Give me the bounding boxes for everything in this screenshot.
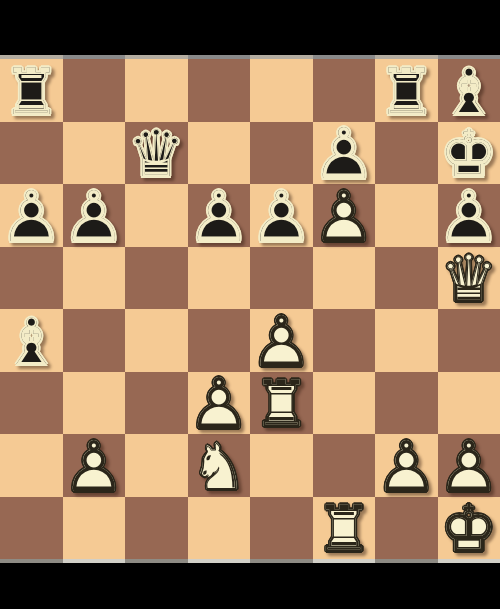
- white-pawn-b2[interactable]: ♟♙: [63, 434, 126, 497]
- black-rook-a8[interactable]: ♜♖: [0, 59, 63, 122]
- pawn-outline-glyph: ♙: [250, 184, 313, 247]
- white-pawn-e4[interactable]: ♟♙: [250, 309, 313, 372]
- black-pawn-d6[interactable]: ♟♙: [188, 184, 251, 247]
- bottom-black-bar: [0, 563, 500, 609]
- black-bishop-h8[interactable]: ♝♗: [438, 59, 500, 122]
- square-c4[interactable]: [125, 309, 188, 372]
- square-h6[interactable]: ♟♙: [438, 184, 500, 247]
- square-c1[interactable]: [125, 497, 188, 560]
- square-a1[interactable]: [0, 497, 63, 560]
- square-b2[interactable]: ♟♙: [63, 434, 126, 497]
- pawn-outline-glyph: ♙: [313, 184, 376, 247]
- white-knight-d2[interactable]: ♞♘: [188, 434, 251, 497]
- square-f6[interactable]: ♟♙: [313, 184, 376, 247]
- white-king-h1[interactable]: ♚♔: [438, 497, 500, 560]
- square-c5[interactable]: [125, 247, 188, 310]
- pawn-outline-glyph: ♙: [438, 434, 500, 497]
- app-frame: ♜♖♜♖♝♗♛♕♟♙♚♔♟♙♟♙♟♙♟♙♟♙♟♙♛♕♝♗♟♙♟♙♜♖♟♙♞♘♟♙…: [0, 0, 500, 609]
- square-c8[interactable]: [125, 59, 188, 122]
- white-rook-f1[interactable]: ♜♖: [313, 497, 376, 560]
- square-h8[interactable]: ♝♗: [438, 59, 500, 122]
- black-pawn-f7[interactable]: ♟♙: [313, 122, 376, 185]
- square-a2[interactable]: [0, 434, 63, 497]
- black-queen-c7[interactable]: ♛♕: [125, 122, 188, 185]
- queen-outline-glyph: ♕: [125, 122, 188, 185]
- square-d2[interactable]: ♞♘: [188, 434, 251, 497]
- chess-board: ♜♖♜♖♝♗♛♕♟♙♚♔♟♙♟♙♟♙♟♙♟♙♟♙♛♕♝♗♟♙♟♙♜♖♟♙♞♘♟♙…: [0, 59, 500, 559]
- square-e7[interactable]: [250, 122, 313, 185]
- square-e1[interactable]: [250, 497, 313, 560]
- square-h3[interactable]: [438, 372, 500, 435]
- square-c3[interactable]: [125, 372, 188, 435]
- square-b6[interactable]: ♟♙: [63, 184, 126, 247]
- square-f7[interactable]: ♟♙: [313, 122, 376, 185]
- king-outline-glyph: ♔: [438, 122, 500, 185]
- bishop-outline-glyph: ♗: [438, 59, 500, 122]
- white-pawn-h2[interactable]: ♟♙: [438, 434, 500, 497]
- black-rook-g8[interactable]: ♜♖: [375, 59, 438, 122]
- square-e3[interactable]: ♜♖: [250, 372, 313, 435]
- square-a7[interactable]: [0, 122, 63, 185]
- pawn-outline-glyph: ♙: [188, 184, 251, 247]
- square-h2[interactable]: ♟♙: [438, 434, 500, 497]
- pawn-outline-glyph: ♙: [63, 434, 126, 497]
- black-pawn-b6[interactable]: ♟♙: [63, 184, 126, 247]
- square-d3[interactable]: ♟♙: [188, 372, 251, 435]
- square-e6[interactable]: ♟♙: [250, 184, 313, 247]
- square-g3[interactable]: [375, 372, 438, 435]
- white-pawn-d3[interactable]: ♟♙: [188, 372, 251, 435]
- black-bishop-a4[interactable]: ♝♗: [0, 309, 63, 372]
- king-outline-glyph: ♔: [438, 497, 500, 560]
- square-g6[interactable]: [375, 184, 438, 247]
- square-g2[interactable]: ♟♙: [375, 434, 438, 497]
- square-h4[interactable]: [438, 309, 500, 372]
- square-d8[interactable]: [188, 59, 251, 122]
- white-rook-e3[interactable]: ♜♖: [250, 372, 313, 435]
- square-c6[interactable]: [125, 184, 188, 247]
- black-pawn-a6[interactable]: ♟♙: [0, 184, 63, 247]
- square-a8[interactable]: ♜♖: [0, 59, 63, 122]
- square-a4[interactable]: ♝♗: [0, 309, 63, 372]
- white-pawn-g2[interactable]: ♟♙: [375, 434, 438, 497]
- square-d6[interactable]: ♟♙: [188, 184, 251, 247]
- square-h7[interactable]: ♚♔: [438, 122, 500, 185]
- square-h5[interactable]: ♛♕: [438, 247, 500, 310]
- black-pawn-e6[interactable]: ♟♙: [250, 184, 313, 247]
- square-e8[interactable]: [250, 59, 313, 122]
- square-g8[interactable]: ♜♖: [375, 59, 438, 122]
- pawn-outline-glyph: ♙: [188, 372, 251, 435]
- square-b4[interactable]: [63, 309, 126, 372]
- square-d1[interactable]: [188, 497, 251, 560]
- bishop-outline-glyph: ♗: [0, 309, 63, 372]
- pawn-outline-glyph: ♙: [438, 184, 500, 247]
- pawn-outline-glyph: ♙: [0, 184, 63, 247]
- rook-outline-glyph: ♖: [0, 59, 63, 122]
- square-b7[interactable]: [63, 122, 126, 185]
- square-e2[interactable]: [250, 434, 313, 497]
- square-a3[interactable]: [0, 372, 63, 435]
- square-g5[interactable]: [375, 247, 438, 310]
- rook-outline-glyph: ♖: [313, 497, 376, 560]
- white-queen-h5[interactable]: ♛♕: [438, 247, 500, 310]
- square-g7[interactable]: [375, 122, 438, 185]
- pawn-outline-glyph: ♙: [63, 184, 126, 247]
- rook-outline-glyph: ♖: [250, 372, 313, 435]
- knight-outline-glyph: ♘: [188, 434, 251, 497]
- white-pawn-f6[interactable]: ♟♙: [313, 184, 376, 247]
- square-f3[interactable]: [313, 372, 376, 435]
- square-d7[interactable]: [188, 122, 251, 185]
- square-b3[interactable]: [63, 372, 126, 435]
- pawn-outline-glyph: ♙: [375, 434, 438, 497]
- queen-outline-glyph: ♕: [438, 247, 500, 310]
- square-h1[interactable]: ♚♔: [438, 497, 500, 560]
- square-e4[interactable]: ♟♙: [250, 309, 313, 372]
- rook-outline-glyph: ♖: [375, 59, 438, 122]
- square-f4[interactable]: [313, 309, 376, 372]
- pawn-outline-glyph: ♙: [313, 122, 376, 185]
- black-pawn-h6[interactable]: ♟♙: [438, 184, 500, 247]
- square-a6[interactable]: ♟♙: [0, 184, 63, 247]
- square-c7[interactable]: ♛♕: [125, 122, 188, 185]
- pawn-outline-glyph: ♙: [250, 309, 313, 372]
- square-c2[interactable]: [125, 434, 188, 497]
- square-g4[interactable]: [375, 309, 438, 372]
- square-f1[interactable]: ♜♖: [313, 497, 376, 560]
- square-b8[interactable]: [63, 59, 126, 122]
- top-black-bar: [0, 0, 500, 55]
- square-f2[interactable]: [313, 434, 376, 497]
- black-king-h7[interactable]: ♚♔: [438, 122, 500, 185]
